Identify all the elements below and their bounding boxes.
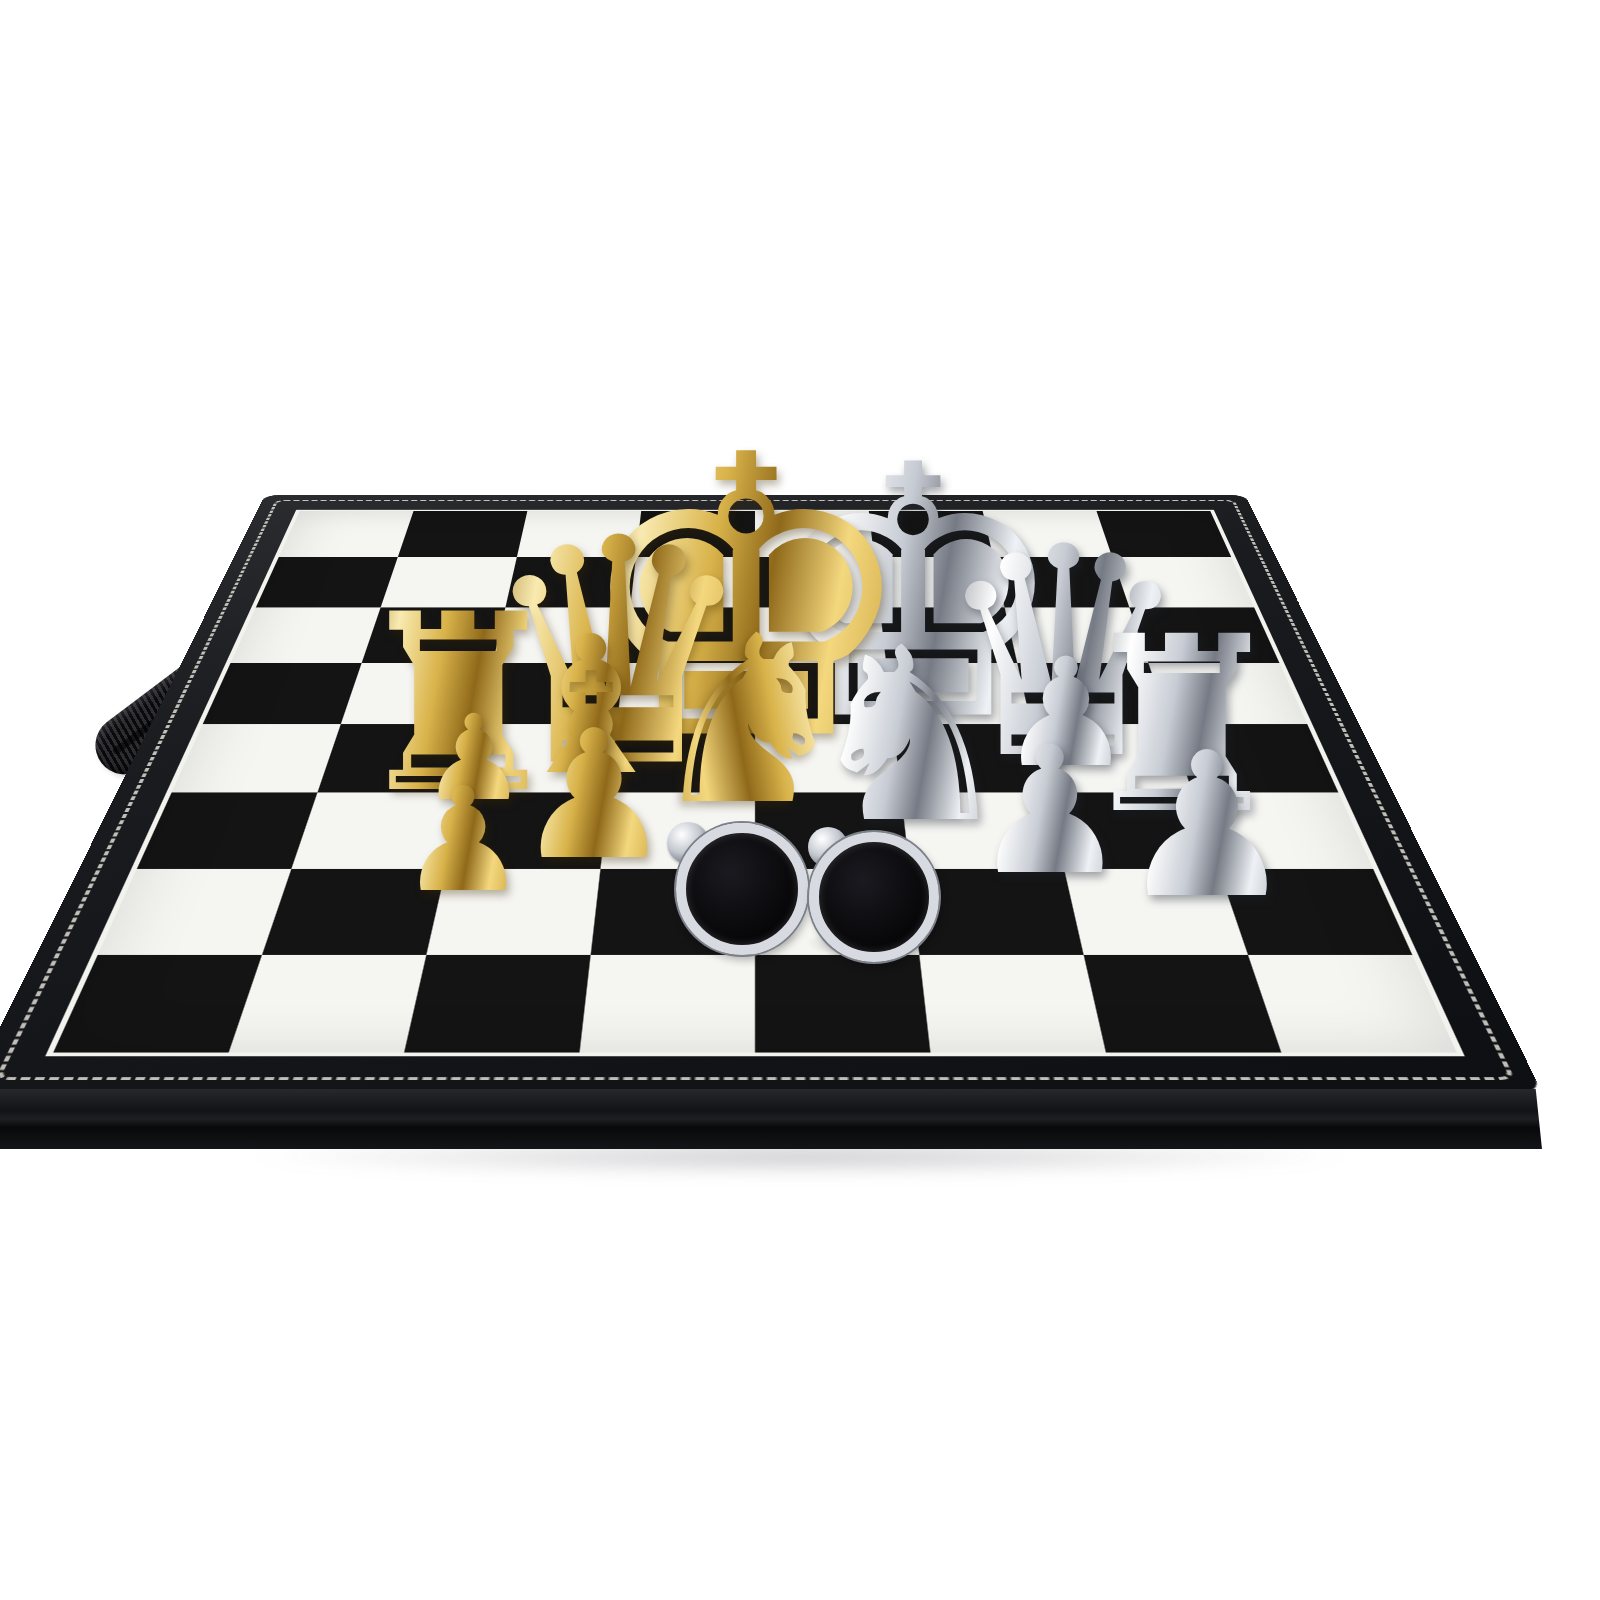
pieces-layer: ♚♚♛♛♟♝♜♞♟♜♞♟♟♟♟	[0, 0, 1600, 1600]
product-photo: ♚♚♛♛♟♝♜♞♟♜♞♟♟♟♟	[0, 0, 1600, 1600]
piece-silver-pawn-g2: ♟	[1117, 726, 1296, 926]
piece-silver-pawn-f2: ♟	[971, 724, 1129, 900]
piece-gold-pawn-c3: ♟	[514, 707, 674, 885]
fallen-pawn-felt-base	[809, 832, 939, 962]
piece-gold-pawn-c2: ♟	[398, 768, 527, 912]
